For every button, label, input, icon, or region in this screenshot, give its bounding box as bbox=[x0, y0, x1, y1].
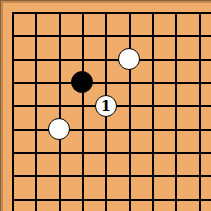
grid-vertical-line bbox=[175, 12, 177, 211]
stone-white-move-1: 1 bbox=[95, 95, 117, 117]
grid-horizontal-line bbox=[12, 152, 211, 154]
grid-vertical-line bbox=[129, 12, 131, 211]
grid-vertical-line bbox=[35, 12, 37, 211]
grid-vertical-line bbox=[199, 12, 201, 211]
stone-white bbox=[48, 118, 70, 140]
go-diagram: 1 bbox=[0, 0, 211, 211]
move-number-label: 1 bbox=[101, 98, 111, 112]
grid-vertical-line bbox=[152, 12, 154, 211]
grid-vertical-line bbox=[59, 12, 61, 211]
grid-horizontal-line bbox=[12, 199, 211, 201]
grid-horizontal-line bbox=[12, 129, 211, 131]
grid-horizontal-line bbox=[12, 59, 211, 61]
board-frame-top-inner bbox=[0, 1, 211, 3]
grid-horizontal-line bbox=[12, 35, 211, 37]
grid-horizontal-line bbox=[12, 175, 211, 177]
stone-black bbox=[71, 71, 93, 93]
grid-vertical-line bbox=[82, 12, 84, 211]
stone-white bbox=[118, 48, 140, 70]
board-frame-left-inner bbox=[1, 1, 3, 211]
grid-horizontal-line bbox=[12, 82, 211, 84]
go-board: 1 bbox=[0, 0, 211, 211]
grid-horizontal-line bbox=[12, 12, 211, 14]
grid-vertical-line bbox=[12, 12, 14, 211]
